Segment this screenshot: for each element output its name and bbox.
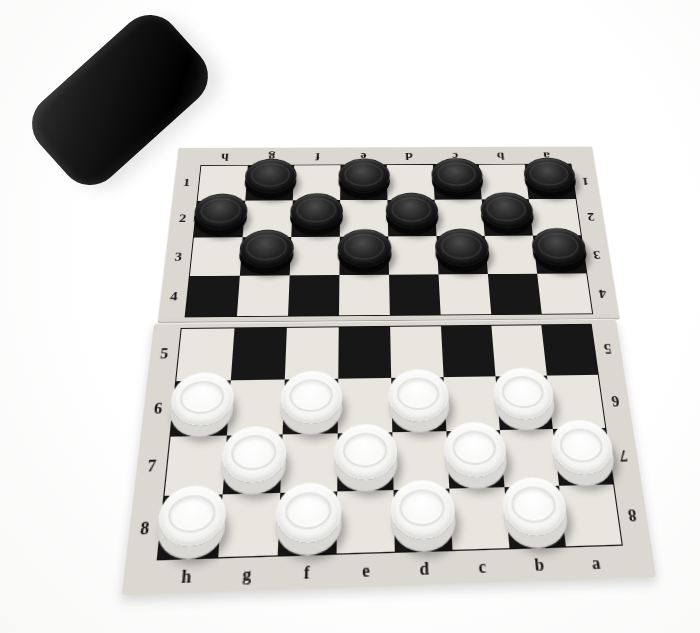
file-label-text-f: f: [304, 562, 310, 583]
square-c4[interactable]: [439, 274, 492, 315]
square-g1[interactable]: [245, 165, 294, 200]
square-e3[interactable]: [339, 236, 389, 275]
square-h4[interactable]: [186, 276, 240, 317]
rank-label-text-3: 3: [592, 248, 601, 260]
file-label-h: h: [202, 150, 249, 163]
rank-label-text-1: 1: [581, 175, 589, 186]
file-label-text-c: c: [478, 556, 487, 576]
rank-label-text-2: 2: [587, 211, 596, 222]
checker-black-g3[interactable]: [238, 229, 294, 267]
square-g8[interactable]: [218, 493, 280, 557]
corner-spacer: [178, 156, 203, 157]
square-c3[interactable]: [437, 236, 488, 275]
rank-label-text-6: 6: [611, 393, 621, 409]
checker-black-a1[interactable]: [522, 158, 577, 193]
rank-label-text-4: 4: [169, 290, 178, 303]
square-h6[interactable]: [171, 380, 231, 436]
square-d8[interactable]: [394, 489, 453, 552]
file-label-text-b: b: [497, 151, 505, 162]
rank-label-text-4: 4: [598, 287, 607, 300]
square-c7[interactable]: [446, 430, 504, 489]
square-e7[interactable]: [337, 432, 393, 491]
file-label-e: e: [336, 558, 395, 583]
square-f6[interactable]: [283, 379, 339, 435]
file-label-text-f: f: [315, 151, 320, 162]
square-g4[interactable]: [237, 275, 290, 316]
file-label-a: a: [567, 551, 626, 575]
rank-label-text-1: 1: [183, 177, 191, 188]
square-g3[interactable]: [240, 237, 291, 276]
rank-label-right-2: 2: [576, 198, 606, 235]
square-e1[interactable]: [340, 165, 387, 200]
photo-background: hgfedcba12341234 56785678hgfedcba: [0, 0, 700, 633]
square-e8[interactable]: [337, 490, 395, 553]
checker-black-e1[interactable]: [338, 158, 390, 193]
square-c5[interactable]: [441, 326, 496, 377]
square-b2[interactable]: [482, 199, 533, 236]
square-f8[interactable]: [278, 491, 337, 555]
file-label-text-b: b: [534, 554, 545, 574]
square-a7[interactable]: [553, 428, 613, 486]
rank-label-text-6: 6: [153, 400, 163, 416]
checker-black-c1[interactable]: [430, 158, 483, 193]
corner-spacer: [624, 560, 654, 562]
square-b8[interactable]: [504, 486, 565, 548]
checker-black-d2[interactable]: [385, 193, 438, 229]
checker-white-c7[interactable]: [442, 421, 507, 478]
rank-label-text-5: 5: [159, 346, 169, 361]
file-label-text-h: h: [221, 152, 229, 163]
rank-label-text-7: 7: [619, 447, 629, 464]
file-label-f: f: [294, 150, 340, 163]
corner-spacer: [124, 577, 157, 579]
square-d2[interactable]: [387, 200, 436, 237]
file-label-text-a: a: [591, 553, 602, 573]
checker-black-f2[interactable]: [289, 193, 342, 230]
square-h8[interactable]: [158, 494, 223, 559]
square-b3[interactable]: [485, 236, 537, 274]
checker-black-g1[interactable]: [243, 159, 296, 194]
checker-black-e3[interactable]: [337, 229, 391, 267]
checkers-board: hgfedcba12341234 56785678hgfedcba: [154, 92, 626, 563]
square-d4[interactable]: [389, 274, 441, 315]
square-a1[interactable]: [525, 164, 576, 199]
file-label-text-g: g: [242, 564, 252, 585]
file-label-b: b: [478, 149, 525, 162]
file-label-d: d: [395, 556, 454, 581]
file-label-g: g: [216, 562, 277, 587]
rank-label-text-2: 2: [178, 213, 186, 225]
board-mid: 12341234: [158, 163, 618, 317]
square-g7[interactable]: [223, 434, 283, 494]
file-label-text-d: d: [406, 151, 414, 162]
square-c8[interactable]: [449, 487, 509, 550]
rank-label-right-3: 3: [582, 235, 613, 274]
file-label-text-e: e: [362, 560, 370, 581]
square-d3[interactable]: [388, 236, 438, 275]
square-a5[interactable]: [541, 325, 597, 376]
file-label-text-h: h: [181, 566, 193, 587]
square-a4[interactable]: [537, 273, 592, 313]
checker-white-d6[interactable]: [387, 368, 449, 422]
square-d6[interactable]: [391, 377, 446, 432]
rank-label-text-7: 7: [146, 458, 156, 476]
square-g5[interactable]: [231, 328, 287, 380]
square-h3[interactable]: [190, 237, 243, 276]
file-label-f: f: [277, 560, 337, 585]
square-f2[interactable]: [291, 200, 340, 237]
checker-white-f6[interactable]: [279, 370, 342, 424]
square-b6[interactable]: [496, 376, 553, 430]
rank-label-text-8: 8: [139, 519, 150, 538]
square-h2[interactable]: [194, 201, 245, 238]
file-label-h: h: [155, 564, 218, 589]
board-mid: 56785678: [126, 324, 651, 562]
square-b4[interactable]: [488, 274, 542, 314]
file-label-c: c: [453, 554, 512, 579]
board-bottom-half: 56785678hgfedcba: [122, 319, 656, 596]
rank-label-right-4: 4: [587, 274, 619, 315]
square-f4[interactable]: [288, 275, 339, 316]
square-a8[interactable]: [559, 484, 621, 546]
rank-label-text-3: 3: [174, 251, 183, 263]
checker-white-b6[interactable]: [491, 367, 555, 420]
rank-label-text-5: 5: [603, 341, 612, 356]
square-a3[interactable]: [533, 235, 586, 273]
checker-white-d8[interactable]: [390, 479, 456, 540]
playfield: [157, 324, 623, 561]
rank-label-text-8: 8: [627, 506, 638, 524]
square-f3[interactable]: [290, 237, 340, 276]
file-label-text-d: d: [419, 558, 429, 579]
file-label-d: d: [386, 149, 432, 162]
square-c1[interactable]: [433, 165, 482, 200]
corner-spacer: [569, 155, 593, 156]
rank-label-right-1: 1: [571, 163, 600, 198]
board-top-half: hgfedcba12341234: [158, 147, 620, 323]
square-e5[interactable]: [338, 327, 391, 379]
checker-white-e7[interactable]: [333, 423, 397, 481]
file-label-b: b: [510, 552, 569, 576]
checker-white-a7[interactable]: [548, 419, 615, 475]
square-e4[interactable]: [339, 275, 390, 316]
playfield: [185, 164, 594, 318]
